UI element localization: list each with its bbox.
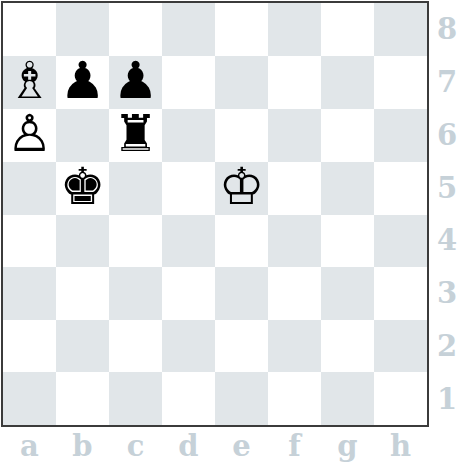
square-c8[interactable]	[109, 3, 162, 56]
square-g1[interactable]	[321, 372, 374, 425]
square-h4[interactable]	[374, 215, 427, 268]
square-d6[interactable]	[162, 109, 215, 162]
square-h3[interactable]	[374, 267, 427, 320]
square-h2[interactable]	[374, 320, 427, 373]
rank-label-1: 1	[429, 372, 465, 425]
square-g7[interactable]	[321, 56, 374, 109]
square-d4[interactable]	[162, 215, 215, 268]
square-f4[interactable]	[268, 215, 321, 268]
square-e4[interactable]	[215, 215, 268, 268]
file-coordinates: abcdefgh	[3, 427, 427, 465]
white-king-e5[interactable]: ♔	[219, 160, 265, 213]
chess-board: ♗♟♟♙♜♚♔	[1, 1, 429, 427]
square-c6[interactable]: ♜	[109, 109, 162, 162]
square-g3[interactable]	[321, 267, 374, 320]
file-label-g: g	[321, 427, 374, 465]
square-h5[interactable]	[374, 162, 427, 215]
square-e3[interactable]	[215, 267, 268, 320]
square-e6[interactable]	[215, 109, 268, 162]
square-b7[interactable]: ♟	[56, 56, 109, 109]
square-e8[interactable]	[215, 3, 268, 56]
square-b5[interactable]: ♚	[56, 162, 109, 215]
square-c1[interactable]	[109, 372, 162, 425]
square-g6[interactable]	[321, 109, 374, 162]
square-a8[interactable]	[3, 3, 56, 56]
square-h8[interactable]	[374, 3, 427, 56]
rank-label-3: 3	[429, 267, 465, 320]
square-a3[interactable]	[3, 267, 56, 320]
square-a4[interactable]	[3, 215, 56, 268]
square-d1[interactable]	[162, 372, 215, 425]
square-f1[interactable]	[268, 372, 321, 425]
square-a6[interactable]: ♙	[3, 109, 56, 162]
square-e2[interactable]	[215, 320, 268, 373]
black-king-b5[interactable]: ♚	[60, 160, 106, 213]
file-label-e: e	[215, 427, 268, 465]
black-pawn-b7[interactable]: ♟	[60, 54, 106, 107]
square-f3[interactable]	[268, 267, 321, 320]
black-pawn-c7[interactable]: ♟	[113, 54, 159, 107]
square-h7[interactable]	[374, 56, 427, 109]
square-b8[interactable]	[56, 3, 109, 56]
square-c2[interactable]	[109, 320, 162, 373]
black-rook-c6[interactable]: ♜	[113, 107, 159, 160]
square-e7[interactable]	[215, 56, 268, 109]
square-f5[interactable]	[268, 162, 321, 215]
file-label-h: h	[374, 427, 427, 465]
rank-label-7: 7	[429, 56, 465, 109]
square-a2[interactable]	[3, 320, 56, 373]
square-b6[interactable]	[56, 109, 109, 162]
white-pawn-a6[interactable]: ♙	[7, 107, 53, 160]
rank-label-6: 6	[429, 109, 465, 162]
square-d2[interactable]	[162, 320, 215, 373]
square-a1[interactable]	[3, 372, 56, 425]
square-b1[interactable]	[56, 372, 109, 425]
square-e5[interactable]: ♔	[215, 162, 268, 215]
square-c7[interactable]: ♟	[109, 56, 162, 109]
rank-label-5: 5	[429, 161, 465, 214]
square-f7[interactable]	[268, 56, 321, 109]
square-g8[interactable]	[321, 3, 374, 56]
square-a5[interactable]	[3, 162, 56, 215]
square-h1[interactable]	[374, 372, 427, 425]
rank-label-4: 4	[429, 214, 465, 267]
square-e1[interactable]	[215, 372, 268, 425]
square-b2[interactable]	[56, 320, 109, 373]
rank-label-2: 2	[429, 320, 465, 373]
square-g2[interactable]	[321, 320, 374, 373]
square-c5[interactable]	[109, 162, 162, 215]
file-label-a: a	[3, 427, 56, 465]
square-d5[interactable]	[162, 162, 215, 215]
square-b3[interactable]	[56, 267, 109, 320]
rank-coordinates: 87654321	[429, 3, 465, 425]
file-label-d: d	[162, 427, 215, 465]
square-c3[interactable]	[109, 267, 162, 320]
file-label-c: c	[109, 427, 162, 465]
square-h6[interactable]	[374, 109, 427, 162]
square-b4[interactable]	[56, 215, 109, 268]
white-bishop-a7[interactable]: ♗	[7, 54, 53, 107]
file-label-f: f	[268, 427, 321, 465]
square-a7[interactable]: ♗	[3, 56, 56, 109]
square-d3[interactable]	[162, 267, 215, 320]
square-f2[interactable]	[268, 320, 321, 373]
file-label-b: b	[56, 427, 109, 465]
square-d8[interactable]	[162, 3, 215, 56]
square-g4[interactable]	[321, 215, 374, 268]
square-f6[interactable]	[268, 109, 321, 162]
square-g5[interactable]	[321, 162, 374, 215]
chess-diagram: ♗♟♟♙♜♚♔ abcdefgh 87654321	[0, 0, 465, 465]
square-f8[interactable]	[268, 3, 321, 56]
rank-label-8: 8	[429, 3, 465, 56]
square-c4[interactable]	[109, 215, 162, 268]
square-d7[interactable]	[162, 56, 215, 109]
